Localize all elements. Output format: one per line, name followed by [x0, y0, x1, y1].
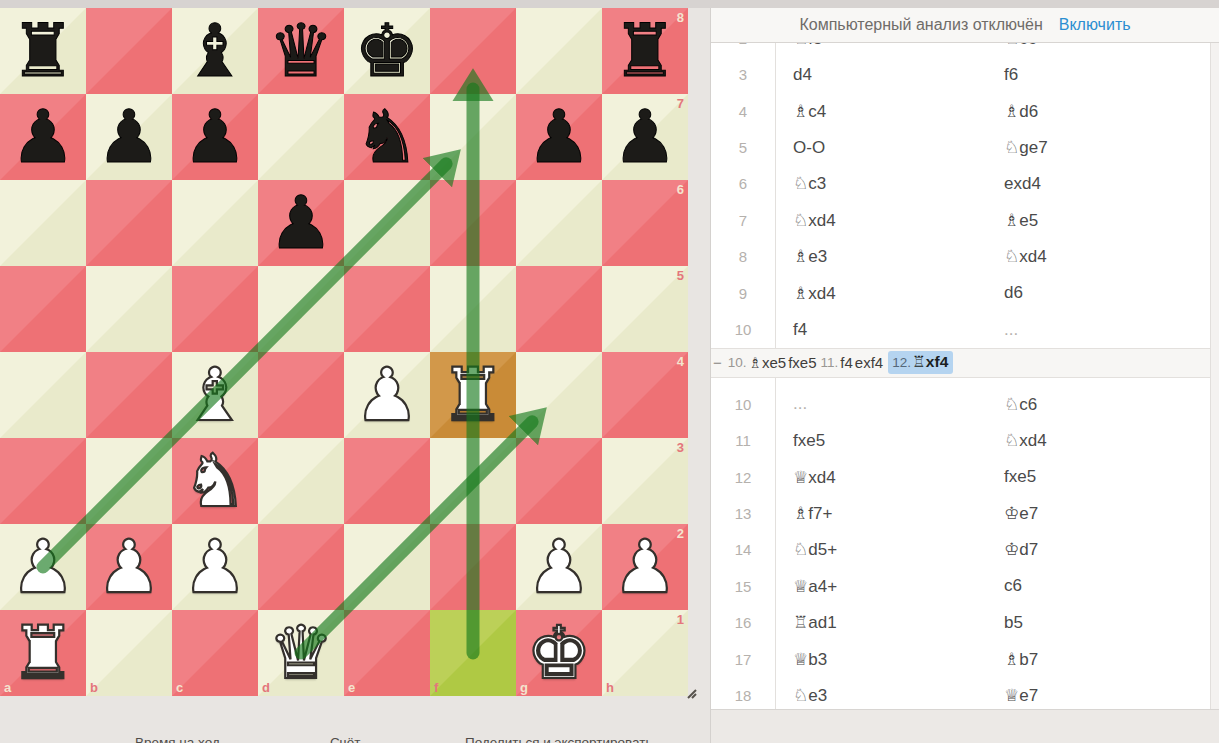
- move-list-scrollbar[interactable]: [1210, 43, 1219, 709]
- square-e1[interactable]: e: [344, 610, 430, 696]
- square-f3[interactable]: [430, 438, 516, 524]
- square-g1[interactable]: ♚g: [516, 610, 602, 696]
- file-coordinate-g: g: [520, 680, 528, 695]
- variation-move[interactable]: fxe5: [788, 354, 816, 371]
- black-move[interactable]: c6: [1004, 576, 1211, 596]
- square-b5[interactable]: [86, 266, 172, 352]
- rank-coordinate-8: 8: [677, 10, 684, 25]
- chess-board: ♜♝♛♚♜8♟♟♟♞♟♟7♟65♝♟♜4♞3♟♟♟♟♟2♜abc♛def♚g1h: [0, 8, 688, 696]
- square-h5[interactable]: 5: [602, 266, 688, 352]
- black-move[interactable]: exd4: [1004, 174, 1211, 194]
- white-move[interactable]: ♘e3: [775, 685, 1004, 706]
- square-g5[interactable]: [516, 266, 602, 352]
- file-coordinate-h: h: [606, 680, 614, 695]
- square-c3[interactable]: ♞: [172, 438, 258, 524]
- rank-coordinate-4: 4: [677, 354, 684, 369]
- square-f6[interactable]: [430, 180, 516, 266]
- move-list: 2♘f3♘c63d4f64♗c4♗d65O-O♘ge76♘c3exd47♘xd4…: [711, 43, 1211, 709]
- white-move[interactable]: ♘f3: [775, 43, 1004, 49]
- square-f7[interactable]: [430, 94, 516, 180]
- variation-collapse-toggle[interactable]: −: [713, 354, 722, 371]
- square-h1[interactable]: 1h: [602, 610, 688, 696]
- analysis-toolbar: [711, 709, 1219, 743]
- white-move[interactable]: ...: [775, 394, 1004, 414]
- square-d4[interactable]: [258, 352, 344, 438]
- white-rook-a1[interactable]: ♜: [0, 610, 86, 696]
- black-move[interactable]: ♘xd4: [1004, 246, 1211, 267]
- white-move[interactable]: ♗xd4: [775, 283, 1004, 304]
- square-a7[interactable]: ♟: [0, 94, 86, 180]
- square-b1[interactable]: b: [86, 610, 172, 696]
- square-e3[interactable]: [344, 438, 430, 524]
- black-move[interactable]: b5: [1004, 613, 1211, 633]
- square-g4[interactable]: [516, 352, 602, 438]
- white-bishop-c4[interactable]: ♝: [172, 352, 258, 438]
- black-move[interactable]: ♘xd4: [1004, 430, 1211, 451]
- white-pawn-c2[interactable]: ♟: [172, 524, 258, 610]
- black-pawn-h7[interactable]: ♟: [602, 94, 688, 180]
- file-coordinate-f: f: [434, 680, 438, 695]
- white-move[interactable]: fxe5: [775, 431, 1004, 451]
- white-pawn-a2[interactable]: ♟: [0, 524, 86, 610]
- white-move[interactable]: ♕xd4: [775, 467, 1004, 488]
- move-row: 15♕a4+c6: [711, 568, 1211, 604]
- black-move[interactable]: ♘ge7: [1004, 137, 1211, 158]
- white-move[interactable]: ♖ad1: [775, 612, 1004, 633]
- square-h2[interactable]: ♟2: [602, 524, 688, 610]
- square-h4[interactable]: 4: [602, 352, 688, 438]
- black-pawn-g7[interactable]: ♟: [516, 94, 602, 180]
- white-pawn-g2[interactable]: ♟: [516, 524, 602, 610]
- square-c8[interactable]: ♝: [172, 8, 258, 94]
- square-f1[interactable]: f: [430, 610, 516, 696]
- move-row: 5O-O♘ge7: [711, 129, 1211, 165]
- variation-move[interactable]: f4: [840, 354, 853, 371]
- square-e6[interactable]: [344, 180, 430, 266]
- white-move[interactable]: ♗e3: [775, 246, 1004, 267]
- square-f2[interactable]: [430, 524, 516, 610]
- square-e5[interactable]: [344, 266, 430, 352]
- square-g7[interactable]: ♟: [516, 94, 602, 180]
- black-move[interactable]: fxe5: [1004, 467, 1211, 487]
- current-move-san: ♖xf4: [912, 353, 948, 371]
- white-move[interactable]: d4: [775, 65, 1004, 85]
- square-a5[interactable]: [0, 266, 86, 352]
- square-a8[interactable]: ♜: [0, 8, 86, 94]
- move-number: 3: [711, 66, 775, 83]
- square-f8[interactable]: [430, 8, 516, 94]
- black-pawn-d6[interactable]: ♟: [258, 180, 344, 266]
- board-grid: ♜♝♛♚♜8♟♟♟♞♟♟7♟65♝♟♜4♞3♟♟♟♟♟2♜abc♛def♚g1h: [0, 8, 688, 696]
- move-row: 11fxe5♘xd4: [711, 422, 1211, 458]
- square-d1[interactable]: ♛d: [258, 610, 344, 696]
- variation-move-number: 10.: [728, 355, 747, 370]
- black-rook-h8[interactable]: ♜: [602, 8, 688, 94]
- enable-analysis-link[interactable]: Включить: [1059, 16, 1131, 34]
- move-number: 17: [711, 651, 775, 668]
- move-number: 10: [711, 396, 775, 413]
- square-b7[interactable]: ♟: [86, 94, 172, 180]
- variation-move-number: 11.: [821, 355, 839, 370]
- square-c7[interactable]: ♟: [172, 94, 258, 180]
- file-coordinate-b: b: [90, 680, 98, 695]
- move-number: 10: [711, 321, 775, 338]
- variation-line: −10.♗xe5fxe511.f4exf412.♖xf4: [711, 348, 1211, 378]
- black-knight-e7[interactable]: ♞: [344, 94, 430, 180]
- move-row: 18♘e3♕e7: [711, 677, 1211, 709]
- variation-move[interactable]: exf4: [855, 354, 883, 371]
- square-d2[interactable]: [258, 524, 344, 610]
- white-move[interactable]: ♘xd4: [775, 210, 1004, 231]
- rank-coordinate-5: 5: [677, 268, 684, 283]
- move-row: 4♗c4♗d6: [711, 93, 1211, 129]
- white-move[interactable]: ♕b3: [775, 649, 1004, 670]
- move-number: 12: [711, 469, 775, 486]
- square-c1[interactable]: c: [172, 610, 258, 696]
- square-b4[interactable]: [86, 352, 172, 438]
- black-move[interactable]: ♔d7: [1004, 539, 1211, 560]
- square-c4[interactable]: ♝: [172, 352, 258, 438]
- square-e4[interactable]: ♟: [344, 352, 430, 438]
- move-row: 2♘f3♘c6: [711, 43, 1211, 56]
- black-pawn-c7[interactable]: ♟: [172, 94, 258, 180]
- move-number: 11: [711, 432, 775, 449]
- black-move[interactable]: ...: [1004, 320, 1211, 340]
- square-e8[interactable]: ♚: [344, 8, 430, 94]
- square-d5[interactable]: [258, 266, 344, 352]
- square-h8[interactable]: ♜8: [602, 8, 688, 94]
- square-d8[interactable]: ♛: [258, 8, 344, 94]
- move-row: 3d4f6: [711, 56, 1211, 92]
- move-number: 5: [711, 139, 775, 156]
- square-d7[interactable]: [258, 94, 344, 180]
- variation-move[interactable]: ♗xe5: [749, 354, 787, 372]
- black-move[interactable]: d6: [1004, 283, 1211, 303]
- white-rook-f4[interactable]: ♜: [430, 352, 516, 438]
- move-row: 16♖ad1b5: [711, 605, 1211, 641]
- rank-coordinate-3: 3: [677, 440, 684, 455]
- white-move[interactable]: O-O: [775, 138, 1004, 158]
- square-a6[interactable]: [0, 180, 86, 266]
- move-number: 9: [711, 285, 775, 302]
- move-number: 4: [711, 103, 775, 120]
- white-move[interactable]: ♗f7+: [775, 503, 1004, 524]
- square-h6[interactable]: 6: [602, 180, 688, 266]
- square-b3[interactable]: [86, 438, 172, 524]
- move-row: 6♘c3exd4: [711, 166, 1211, 202]
- square-a3[interactable]: [0, 438, 86, 524]
- move-number: 7: [711, 212, 775, 229]
- rank-coordinate-6: 6: [677, 182, 684, 197]
- square-f4[interactable]: ♜: [430, 352, 516, 438]
- move-row: 9♗xd4d6: [711, 275, 1211, 311]
- square-c5[interactable]: [172, 266, 258, 352]
- black-move[interactable]: ♗d6: [1004, 101, 1211, 122]
- move-row: 8♗e3♘xd4: [711, 239, 1211, 275]
- white-queen-d1[interactable]: ♛: [258, 610, 344, 696]
- black-move[interactable]: ♗e5: [1004, 210, 1211, 231]
- square-g6[interactable]: [516, 180, 602, 266]
- file-coordinate-c: c: [176, 680, 183, 695]
- white-move[interactable]: f4: [775, 320, 1004, 340]
- square-d3[interactable]: [258, 438, 344, 524]
- black-move[interactable]: ♘c6: [1004, 394, 1211, 415]
- square-g8[interactable]: [516, 8, 602, 94]
- square-b2[interactable]: ♟: [86, 524, 172, 610]
- file-coordinate-d: d: [262, 680, 270, 695]
- white-knight-c3[interactable]: ♞: [172, 438, 258, 524]
- square-b8[interactable]: [86, 8, 172, 94]
- move-row: 10...♘c6: [711, 386, 1211, 422]
- square-c2[interactable]: ♟: [172, 524, 258, 610]
- white-move[interactable]: ♘c3: [775, 173, 1004, 194]
- white-pawn-b2[interactable]: ♟: [86, 524, 172, 610]
- black-move[interactable]: ♕e7: [1004, 685, 1211, 706]
- black-pawn-b7[interactable]: ♟: [86, 94, 172, 180]
- move-number: 13: [711, 505, 775, 522]
- square-h3[interactable]: 3: [602, 438, 688, 524]
- move-number: 14: [711, 541, 775, 558]
- current-move-number: 12.: [892, 355, 911, 370]
- file-coordinate-a: a: [4, 680, 11, 695]
- white-king-g1[interactable]: ♚: [516, 610, 602, 696]
- move-row: 10f4...: [711, 312, 1211, 348]
- move-number: 6: [711, 175, 775, 192]
- move-row: 12♕xd4fxe5: [711, 459, 1211, 495]
- analysis-status-text: Компьютерный анализ отключён: [799, 16, 1042, 34]
- board-resize-handle[interactable]: [682, 684, 698, 700]
- white-move[interactable]: ♗c4: [775, 101, 1004, 122]
- move-row: 17♕b3♗b7: [711, 641, 1211, 677]
- black-move[interactable]: ♔e7: [1004, 503, 1211, 524]
- square-d6[interactable]: ♟: [258, 180, 344, 266]
- move-row: 13♗f7+♔e7: [711, 495, 1211, 531]
- tab-time-per-move[interactable]: Время на ход: [135, 735, 220, 743]
- move-number: 16: [711, 614, 775, 631]
- square-a2[interactable]: ♟: [0, 524, 86, 610]
- white-move[interactable]: ♘d5+: [775, 539, 1004, 560]
- rank-coordinate-2: 2: [677, 526, 684, 541]
- computer-analysis-header: Компьютерный анализ отключён Включить: [711, 8, 1219, 43]
- square-a1[interactable]: ♜a: [0, 610, 86, 696]
- tab-share-export[interactable]: Поделиться и экспортировать: [465, 735, 653, 743]
- top-strip: [0, 0, 1219, 8]
- move-row: 14♘d5+♔d7: [711, 532, 1211, 568]
- move-number: 15: [711, 578, 775, 595]
- black-pawn-a7[interactable]: ♟: [0, 94, 86, 180]
- black-move[interactable]: f6: [1004, 65, 1211, 85]
- white-pawn-h2[interactable]: ♟: [602, 524, 688, 610]
- square-g2[interactable]: ♟: [516, 524, 602, 610]
- move-number: 18: [711, 687, 775, 704]
- black-rook-a8[interactable]: ♜: [0, 8, 86, 94]
- black-move[interactable]: ♘c6: [1004, 43, 1211, 49]
- analysis-panel: Компьютерный анализ отключён Включить 2♘…: [710, 8, 1219, 743]
- move-number: 8: [711, 248, 775, 265]
- square-h7[interactable]: ♟7: [602, 94, 688, 180]
- file-coordinate-e: e: [348, 680, 355, 695]
- white-move[interactable]: ♕a4+: [775, 576, 1004, 597]
- move-number: 2: [711, 43, 775, 47]
- white-pawn-e4[interactable]: ♟: [344, 352, 430, 438]
- black-move[interactable]: ♗b7: [1004, 649, 1211, 670]
- square-c6[interactable]: [172, 180, 258, 266]
- square-f5[interactable]: [430, 266, 516, 352]
- square-b6[interactable]: [86, 180, 172, 266]
- black-bishop-c8[interactable]: ♝: [172, 8, 258, 94]
- move-list-area: 2♘f3♘c63d4f64♗c4♗d65O-O♘ge76♘c3exd47♘xd4…: [711, 43, 1219, 709]
- move-row: 7♘xd4♗e5: [711, 202, 1211, 238]
- black-queen-d8[interactable]: ♛: [258, 8, 344, 94]
- tab-score[interactable]: Счёт: [330, 735, 360, 743]
- square-g3[interactable]: [516, 438, 602, 524]
- current-move[interactable]: 12.♖xf4: [888, 351, 953, 374]
- rank-coordinate-7: 7: [677, 96, 684, 111]
- black-king-e8[interactable]: ♚: [344, 8, 430, 94]
- rank-coordinate-1: 1: [677, 612, 684, 627]
- square-e2[interactable]: [344, 524, 430, 610]
- square-a4[interactable]: [0, 352, 86, 438]
- square-e7[interactable]: ♞: [344, 94, 430, 180]
